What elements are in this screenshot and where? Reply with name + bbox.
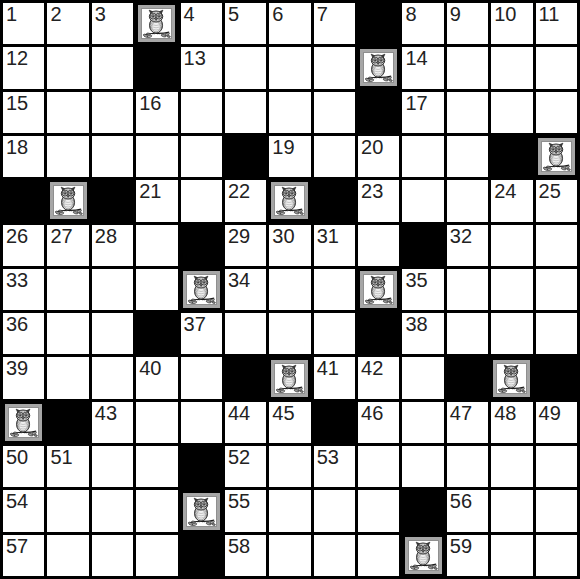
cell-r6c3[interactable]: 28 xyxy=(92,225,133,266)
cell-r6c7[interactable]: 30 xyxy=(269,225,310,266)
cell-r1c13[interactable]: 11 xyxy=(536,3,577,44)
cell-r11c4[interactable] xyxy=(136,446,177,487)
cell-r11c7[interactable] xyxy=(269,446,310,487)
cell-r1c12[interactable]: 10 xyxy=(491,3,532,44)
cell-r8c8[interactable] xyxy=(314,313,355,354)
clue-number: 13 xyxy=(184,48,206,68)
cell-r13c7[interactable] xyxy=(269,535,310,576)
cell-r7c6[interactable]: 34 xyxy=(225,269,266,310)
cell-r9c1[interactable]: 39 xyxy=(3,357,44,398)
clue-number: 8 xyxy=(405,4,416,24)
clue-number: 39 xyxy=(6,358,28,378)
owl-icon xyxy=(183,493,220,530)
cell-r9c9[interactable]: 42 xyxy=(358,357,399,398)
cell-r6c8[interactable]: 31 xyxy=(314,225,355,266)
cell-r9c3[interactable] xyxy=(92,357,133,398)
cell-r10c2 xyxy=(47,402,88,443)
cell-r8c13[interactable] xyxy=(536,313,577,354)
cell-r4c3[interactable] xyxy=(92,136,133,177)
cell-r12c12[interactable] xyxy=(491,490,532,531)
clue-number: 20 xyxy=(361,137,383,157)
cell-r13c4[interactable] xyxy=(136,535,177,576)
cell-r12c11[interactable]: 56 xyxy=(447,490,488,531)
clue-number: 30 xyxy=(272,226,294,246)
cell-r13c8[interactable] xyxy=(314,535,355,576)
clue-number: 27 xyxy=(50,226,72,246)
cell-r8c1[interactable]: 36 xyxy=(3,313,44,354)
cell-r4c9[interactable]: 20 xyxy=(358,136,399,177)
cell-r3c11[interactable] xyxy=(447,92,488,133)
cell-r10c5[interactable] xyxy=(181,402,222,443)
cell-r8c9 xyxy=(358,313,399,354)
cell-r10c10[interactable] xyxy=(402,402,443,443)
clue-number: 9 xyxy=(450,4,461,24)
cell-r2c6[interactable] xyxy=(225,47,266,88)
cell-r7c2[interactable] xyxy=(47,269,88,310)
clue-number: 10 xyxy=(494,4,516,24)
cell-r3c3[interactable] xyxy=(92,92,133,133)
clue-number: 12 xyxy=(6,48,28,68)
clue-number: 1 xyxy=(6,4,17,24)
cell-r12c5 xyxy=(181,490,222,531)
cell-r3c10[interactable]: 17 xyxy=(402,92,443,133)
cell-r2c9 xyxy=(358,47,399,88)
cell-r9c2[interactable] xyxy=(47,357,88,398)
cell-r1c3[interactable]: 3 xyxy=(92,3,133,44)
clue-number: 52 xyxy=(228,447,250,467)
clue-number: 2 xyxy=(50,4,61,24)
cell-r3c1[interactable]: 15 xyxy=(3,92,44,133)
owl-icon xyxy=(360,271,397,308)
cell-r6c4[interactable] xyxy=(136,225,177,266)
cell-r3c12[interactable] xyxy=(491,92,532,133)
cell-r4c13 xyxy=(536,136,577,177)
owl-icon xyxy=(50,182,87,219)
cell-r6c12[interactable] xyxy=(491,225,532,266)
cell-r3c9 xyxy=(358,92,399,133)
cell-r8c11[interactable] xyxy=(447,313,488,354)
clue-number: 3 xyxy=(95,4,106,24)
cell-r12c6[interactable]: 55 xyxy=(225,490,266,531)
cell-r11c6[interactable]: 52 xyxy=(225,446,266,487)
cell-r3c13[interactable] xyxy=(536,92,577,133)
clue-number: 22 xyxy=(228,181,250,201)
cell-r4c8[interactable] xyxy=(314,136,355,177)
cell-r4c6 xyxy=(225,136,266,177)
cell-r10c11[interactable]: 47 xyxy=(447,402,488,443)
clue-number: 43 xyxy=(95,403,117,423)
cell-r4c10[interactable] xyxy=(402,136,443,177)
cell-r10c6[interactable]: 44 xyxy=(225,402,266,443)
owl-icon xyxy=(271,182,308,219)
cell-r8c6[interactable] xyxy=(225,313,266,354)
clue-number: 15 xyxy=(6,93,28,113)
cell-r10c8 xyxy=(314,402,355,443)
owl-icon xyxy=(183,271,220,308)
clue-number: 44 xyxy=(228,403,250,423)
cell-r6c9[interactable] xyxy=(358,225,399,266)
clue-number: 57 xyxy=(6,536,28,556)
cell-r2c10[interactable]: 14 xyxy=(402,47,443,88)
cell-r2c7[interactable] xyxy=(269,47,310,88)
cell-r5c12[interactable]: 24 xyxy=(491,180,532,221)
cell-r2c4 xyxy=(136,47,177,88)
clue-number: 7 xyxy=(317,4,328,24)
cell-r9c12 xyxy=(491,357,532,398)
cell-r13c6[interactable]: 58 xyxy=(225,535,266,576)
cell-r3c5[interactable] xyxy=(181,92,222,133)
cell-r11c9[interactable] xyxy=(358,446,399,487)
clue-number: 5 xyxy=(228,4,239,24)
cell-r5c13[interactable]: 25 xyxy=(536,180,577,221)
cell-r12c7[interactable] xyxy=(269,490,310,531)
cell-r9c10[interactable] xyxy=(402,357,443,398)
cell-r3c2[interactable] xyxy=(47,92,88,133)
cell-r7c12[interactable] xyxy=(491,269,532,310)
clue-number: 24 xyxy=(494,181,516,201)
cell-r13c9[interactable] xyxy=(358,535,399,576)
cell-r5c11[interactable] xyxy=(447,180,488,221)
cell-r1c6[interactable]: 5 xyxy=(225,3,266,44)
cell-r11c8[interactable]: 53 xyxy=(314,446,355,487)
cell-r9c5[interactable] xyxy=(181,357,222,398)
owl-icon xyxy=(405,537,442,574)
cell-r5c8 xyxy=(314,180,355,221)
cell-r9c6 xyxy=(225,357,266,398)
cell-r11c2[interactable]: 51 xyxy=(47,446,88,487)
clue-number: 19 xyxy=(272,137,294,157)
clue-number: 17 xyxy=(405,93,427,113)
cell-r7c9 xyxy=(358,269,399,310)
cell-r7c13[interactable] xyxy=(536,269,577,310)
cell-r5c10[interactable] xyxy=(402,180,443,221)
clue-number: 59 xyxy=(450,536,472,556)
cell-r13c5 xyxy=(181,535,222,576)
cell-r8c3[interactable] xyxy=(92,313,133,354)
cell-r2c5[interactable]: 13 xyxy=(181,47,222,88)
cell-r13c11[interactable]: 59 xyxy=(447,535,488,576)
cell-r6c11[interactable]: 32 xyxy=(447,225,488,266)
cell-r9c11 xyxy=(447,357,488,398)
cell-r1c8[interactable]: 7 xyxy=(314,3,355,44)
cell-r4c7[interactable]: 19 xyxy=(269,136,310,177)
cell-r12c10 xyxy=(402,490,443,531)
clue-number: 53 xyxy=(317,447,339,467)
cell-r11c12[interactable] xyxy=(491,446,532,487)
clue-number: 31 xyxy=(317,226,339,246)
clue-number: 11 xyxy=(539,4,560,24)
clue-number: 42 xyxy=(361,358,383,378)
clue-number: 23 xyxy=(361,181,383,201)
owl-icon xyxy=(538,138,575,175)
clue-number: 29 xyxy=(228,226,250,246)
cell-r9c13 xyxy=(536,357,577,398)
cell-r12c4[interactable] xyxy=(136,490,177,531)
owl-icon xyxy=(493,360,530,397)
cell-r1c5[interactable]: 4 xyxy=(181,3,222,44)
cell-r5c2 xyxy=(47,180,88,221)
cell-r5c9[interactable]: 23 xyxy=(358,180,399,221)
cell-r6c1[interactable]: 26 xyxy=(3,225,44,266)
cell-r5c4[interactable]: 21 xyxy=(136,180,177,221)
cell-r6c2[interactable]: 27 xyxy=(47,225,88,266)
cell-r8c7[interactable] xyxy=(269,313,310,354)
cell-r9c8[interactable]: 41 xyxy=(314,357,355,398)
cell-r5c7 xyxy=(269,180,310,221)
cell-r10c3[interactable]: 43 xyxy=(92,402,133,443)
cell-r6c13[interactable] xyxy=(536,225,577,266)
cell-r7c11[interactable] xyxy=(447,269,488,310)
clue-number: 35 xyxy=(405,270,427,290)
clue-number: 21 xyxy=(139,181,161,201)
cell-r6c10 xyxy=(402,225,443,266)
cell-r8c5[interactable]: 37 xyxy=(181,313,222,354)
cell-r7c3[interactable] xyxy=(92,269,133,310)
cell-r13c13[interactable] xyxy=(536,535,577,576)
clue-number: 25 xyxy=(539,181,561,201)
clue-number: 41 xyxy=(317,358,339,378)
cell-r1c7[interactable]: 6 xyxy=(269,3,310,44)
owl-icon xyxy=(138,5,175,42)
cell-r2c1[interactable]: 12 xyxy=(3,47,44,88)
cell-r10c12[interactable]: 48 xyxy=(491,402,532,443)
cell-r1c1[interactable]: 1 xyxy=(3,3,44,44)
cell-r7c5 xyxy=(181,269,222,310)
cell-r7c10[interactable]: 35 xyxy=(402,269,443,310)
cell-r12c13[interactable] xyxy=(536,490,577,531)
cell-r9c4[interactable]: 40 xyxy=(136,357,177,398)
cell-r12c2[interactable] xyxy=(47,490,88,531)
cell-r3c4[interactable]: 16 xyxy=(136,92,177,133)
clue-number: 18 xyxy=(6,137,28,157)
clue-number: 56 xyxy=(450,491,472,511)
cell-r11c11[interactable] xyxy=(447,446,488,487)
cell-r1c2[interactable]: 2 xyxy=(47,3,88,44)
cell-r13c10 xyxy=(402,535,443,576)
cell-r11c5 xyxy=(181,446,222,487)
clue-number: 38 xyxy=(405,314,427,334)
clue-number: 26 xyxy=(6,226,28,246)
cell-r6c6[interactable]: 29 xyxy=(225,225,266,266)
cell-r4c2[interactable] xyxy=(47,136,88,177)
cell-r5c1 xyxy=(3,180,44,221)
clue-number: 6 xyxy=(272,4,283,24)
cell-r3c8[interactable] xyxy=(314,92,355,133)
cell-r2c12[interactable] xyxy=(491,47,532,88)
clue-number: 46 xyxy=(361,403,383,423)
cell-r7c4[interactable] xyxy=(136,269,177,310)
owl-icon xyxy=(5,404,42,441)
clue-number: 37 xyxy=(184,314,206,334)
cell-r11c1[interactable]: 50 xyxy=(3,446,44,487)
cell-r8c2[interactable] xyxy=(47,313,88,354)
cell-r1c9 xyxy=(358,3,399,44)
cell-r1c4 xyxy=(136,3,177,44)
cell-r5c6[interactable]: 22 xyxy=(225,180,266,221)
cell-r5c5[interactable] xyxy=(181,180,222,221)
cell-r11c10[interactable] xyxy=(402,446,443,487)
cell-r2c3[interactable] xyxy=(92,47,133,88)
cell-r4c4[interactable] xyxy=(136,136,177,177)
cell-r10c4[interactable] xyxy=(136,402,177,443)
clue-number: 16 xyxy=(139,93,161,113)
cell-r7c8[interactable] xyxy=(314,269,355,310)
cell-r10c7[interactable]: 45 xyxy=(269,402,310,443)
clue-number: 32 xyxy=(450,226,472,246)
clue-number: 51 xyxy=(50,447,72,467)
owl-icon xyxy=(360,49,397,86)
cell-r4c1[interactable]: 18 xyxy=(3,136,44,177)
clue-number: 36 xyxy=(6,314,28,334)
cell-r12c9[interactable] xyxy=(358,490,399,531)
cell-r13c3[interactable] xyxy=(92,535,133,576)
cell-r12c8[interactable] xyxy=(314,490,355,531)
cell-r2c8[interactable] xyxy=(314,47,355,88)
cell-r2c13[interactable] xyxy=(536,47,577,88)
clue-number: 45 xyxy=(272,403,294,423)
cell-r1c10[interactable]: 8 xyxy=(402,3,443,44)
clue-number: 58 xyxy=(228,536,250,556)
clue-number: 47 xyxy=(450,403,472,423)
cell-r11c3[interactable] xyxy=(92,446,133,487)
cell-r12c1[interactable]: 54 xyxy=(3,490,44,531)
cell-r11c13[interactable] xyxy=(536,446,577,487)
cell-r13c2[interactable] xyxy=(47,535,88,576)
cell-r8c12[interactable] xyxy=(491,313,532,354)
cell-r8c4 xyxy=(136,313,177,354)
cell-r1c11[interactable]: 9 xyxy=(447,3,488,44)
crossword-board: 1234567891011121314151617181920212223242… xyxy=(0,0,580,579)
cell-r7c7[interactable] xyxy=(269,269,310,310)
cell-r3c6[interactable] xyxy=(225,92,266,133)
cell-r3c7[interactable] xyxy=(269,92,310,133)
cell-r10c13[interactable]: 49 xyxy=(536,402,577,443)
clue-number: 49 xyxy=(539,403,561,423)
cell-r13c12[interactable] xyxy=(491,535,532,576)
clue-number: 4 xyxy=(184,4,195,24)
clue-number: 50 xyxy=(6,447,28,467)
cell-r7c1[interactable]: 33 xyxy=(3,269,44,310)
clue-number: 28 xyxy=(95,226,117,246)
cell-r10c9[interactable]: 46 xyxy=(358,402,399,443)
cell-r10c1 xyxy=(3,402,44,443)
cell-r9c7 xyxy=(269,357,310,398)
clue-number: 54 xyxy=(6,491,28,511)
cell-r4c12 xyxy=(491,136,532,177)
clue-number: 14 xyxy=(405,48,427,68)
cell-r4c11[interactable] xyxy=(447,136,488,177)
clue-number: 40 xyxy=(139,358,161,378)
cell-r4c5[interactable] xyxy=(181,136,222,177)
cell-r12c3[interactable] xyxy=(92,490,133,531)
cell-r2c11[interactable] xyxy=(447,47,488,88)
clue-number: 48 xyxy=(494,403,516,423)
clue-number: 34 xyxy=(228,270,250,290)
cell-r2c2[interactable] xyxy=(47,47,88,88)
clue-number: 33 xyxy=(6,270,28,290)
cell-r8c10[interactable]: 38 xyxy=(402,313,443,354)
cell-r5c3 xyxy=(92,180,133,221)
cell-r13c1[interactable]: 57 xyxy=(3,535,44,576)
clue-number: 55 xyxy=(228,491,250,511)
cell-r6c5 xyxy=(181,225,222,266)
owl-icon xyxy=(271,360,308,397)
